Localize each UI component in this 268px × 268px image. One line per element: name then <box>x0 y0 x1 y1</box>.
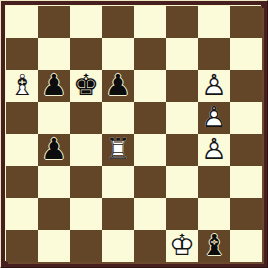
square-d8[interactable] <box>102 6 134 38</box>
white-bishop[interactable]: ♝♗ <box>6 70 38 102</box>
square-c7[interactable] <box>70 38 102 70</box>
white-king[interactable]: ♚♔ <box>166 230 198 262</box>
square-c6[interactable]: ♚ <box>70 70 102 102</box>
square-f6[interactable] <box>166 70 198 102</box>
square-d4[interactable]: ♜♖ <box>102 134 134 166</box>
black-king[interactable]: ♚ <box>70 70 102 102</box>
square-e5[interactable] <box>134 102 166 134</box>
white-rook-icon: ♖ <box>102 134 134 166</box>
black-bishop-icon: ♝ <box>198 230 230 262</box>
square-a3[interactable] <box>6 166 38 198</box>
square-h1[interactable] <box>230 230 262 262</box>
square-a6[interactable]: ♝♗ <box>6 70 38 102</box>
square-f3[interactable] <box>166 166 198 198</box>
square-b4[interactable]: ♟ <box>38 134 70 166</box>
square-h7[interactable] <box>230 38 262 70</box>
white-pawn-icon: ♙ <box>198 102 230 134</box>
white-rook[interactable]: ♜♖ <box>102 134 134 166</box>
black-pawn[interactable]: ♟ <box>102 70 134 102</box>
square-d1[interactable] <box>102 230 134 262</box>
square-g8[interactable] <box>198 6 230 38</box>
white-pawn[interactable]: ♟♙ <box>198 70 230 102</box>
white-pawn-icon: ♙ <box>198 134 230 166</box>
square-e6[interactable] <box>134 70 166 102</box>
square-b2[interactable] <box>38 198 70 230</box>
square-c4[interactable] <box>70 134 102 166</box>
square-a4[interactable] <box>6 134 38 166</box>
square-g7[interactable] <box>198 38 230 70</box>
square-f4[interactable] <box>166 134 198 166</box>
black-pawn-icon: ♟ <box>102 70 134 102</box>
square-e4[interactable] <box>134 134 166 166</box>
square-f7[interactable] <box>166 38 198 70</box>
square-a2[interactable] <box>6 198 38 230</box>
black-pawn-icon: ♟ <box>38 134 70 166</box>
square-b3[interactable] <box>38 166 70 198</box>
white-bishop-icon: ♗ <box>6 70 38 102</box>
square-f1[interactable]: ♚♔ <box>166 230 198 262</box>
square-d2[interactable] <box>102 198 134 230</box>
square-f8[interactable] <box>166 6 198 38</box>
square-b7[interactable] <box>38 38 70 70</box>
square-e8[interactable] <box>134 6 166 38</box>
square-c8[interactable] <box>70 6 102 38</box>
square-c2[interactable] <box>70 198 102 230</box>
white-king-icon: ♔ <box>166 230 198 262</box>
black-king-icon: ♚ <box>70 70 102 102</box>
chess-board: ♝♗♟♚♟♟♙♟♙♟♜♖♟♙♚♔♝ <box>6 6 262 262</box>
square-f2[interactable] <box>166 198 198 230</box>
square-g4[interactable]: ♟♙ <box>198 134 230 166</box>
square-d6[interactable]: ♟ <box>102 70 134 102</box>
square-e3[interactable] <box>134 166 166 198</box>
square-h6[interactable] <box>230 70 262 102</box>
square-h4[interactable] <box>230 134 262 166</box>
square-e2[interactable] <box>134 198 166 230</box>
square-g3[interactable] <box>198 166 230 198</box>
square-h3[interactable] <box>230 166 262 198</box>
square-d5[interactable] <box>102 102 134 134</box>
square-e1[interactable] <box>134 230 166 262</box>
square-f5[interactable] <box>166 102 198 134</box>
square-c3[interactable] <box>70 166 102 198</box>
black-pawn[interactable]: ♟ <box>38 70 70 102</box>
square-g5[interactable]: ♟♙ <box>198 102 230 134</box>
white-pawn[interactable]: ♟♙ <box>198 134 230 166</box>
square-a5[interactable] <box>6 102 38 134</box>
square-b8[interactable] <box>38 6 70 38</box>
black-pawn-icon: ♟ <box>38 70 70 102</box>
square-e7[interactable] <box>134 38 166 70</box>
chess-diagram-frame: ♝♗♟♚♟♟♙♟♙♟♜♖♟♙♚♔♝ <box>0 0 268 268</box>
square-h8[interactable] <box>230 6 262 38</box>
square-d7[interactable] <box>102 38 134 70</box>
white-pawn-icon: ♙ <box>198 70 230 102</box>
white-pawn[interactable]: ♟♙ <box>198 102 230 134</box>
square-g1[interactable]: ♝ <box>198 230 230 262</box>
square-g2[interactable] <box>198 198 230 230</box>
square-a7[interactable] <box>6 38 38 70</box>
square-a8[interactable] <box>6 6 38 38</box>
square-a1[interactable] <box>6 230 38 262</box>
square-h2[interactable] <box>230 198 262 230</box>
square-c5[interactable] <box>70 102 102 134</box>
black-bishop[interactable]: ♝ <box>198 230 230 262</box>
square-h5[interactable] <box>230 102 262 134</box>
square-b5[interactable] <box>38 102 70 134</box>
square-b6[interactable]: ♟ <box>38 70 70 102</box>
square-g6[interactable]: ♟♙ <box>198 70 230 102</box>
black-pawn[interactable]: ♟ <box>38 134 70 166</box>
square-c1[interactable] <box>70 230 102 262</box>
square-d3[interactable] <box>102 166 134 198</box>
square-b1[interactable] <box>38 230 70 262</box>
